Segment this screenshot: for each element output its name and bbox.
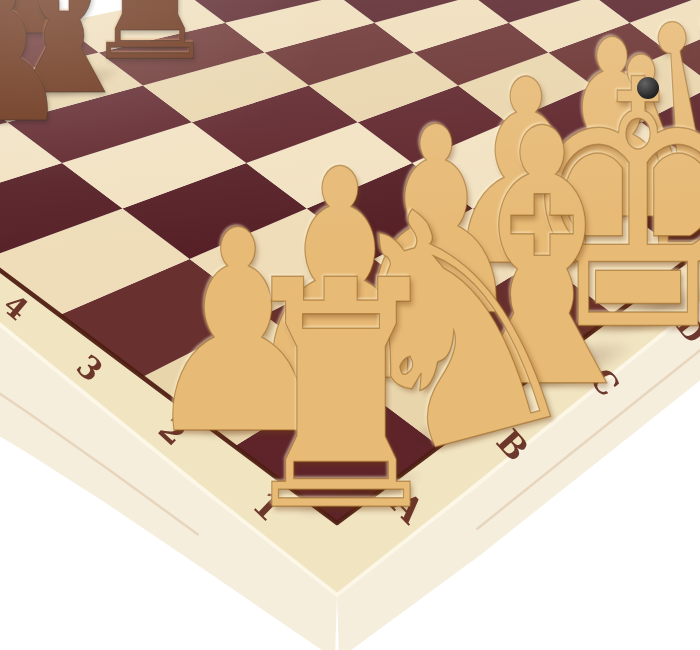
piece-black-pawn-b6: ♟ xyxy=(0,0,69,149)
king-finial xyxy=(637,77,659,99)
piece-white-rook-a1: ♜ xyxy=(231,240,451,555)
photo-scene: 1234ABCD ♟♜♝♟♟♛♟♟♚♟♝♟♞♜ Corner perspecti… xyxy=(0,0,700,650)
pieces-layer: ♟♜♝♟♟♛♟♟♚♟♝♟♞♜ xyxy=(0,0,700,650)
